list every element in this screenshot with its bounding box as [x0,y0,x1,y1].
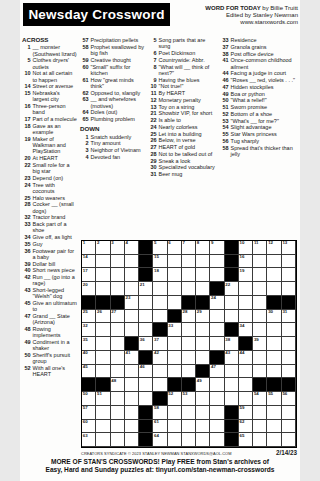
clue-number: 52 [220,111,229,117]
grid-cell-r7c12[interactable]: 34 [239,323,253,337]
clue-number: 29 [148,158,157,164]
grid-cell-r2c2[interactable] [96,255,110,269]
clue-down-5: 5Song parts that are sung [148,37,218,50]
clue-number: 50 [22,352,31,358]
puzzle-byline: WORD FOR TODAY by Billie Truitt Edited b… [174,5,298,26]
grid-cell-r9c15[interactable] [282,351,296,365]
clue-number: 47 [22,313,31,319]
grid-cell-r1c7[interactable]: 6 [168,241,182,255]
clue-number: 4 [80,154,89,160]
cell-number: 15 [154,255,159,260]
grid-cell-r7c10[interactable] [210,323,224,337]
clue-number: 13 [148,104,157,110]
grid-cell-r6c14[interactable]: 30 [267,310,281,324]
black-cell [82,378,96,392]
grid-cell-r15c15[interactable] [282,433,296,447]
clue-across-34: 34Give off, as light [22,234,77,240]
grid-cell-r9c8[interactable] [182,351,196,365]
cell-number: 36 [140,338,145,343]
clue-down-13: 13Toy on a string [148,104,218,110]
grid-cell-r11c3[interactable]: 48 [111,378,125,392]
grid-cell-r8c10[interactable] [210,337,224,351]
grid-cell-r15c8[interactable] [182,433,196,447]
cell-number: 11 [254,241,259,246]
clue-number: 48 [22,326,31,332]
grid-cell-r12c12[interactable] [239,392,253,406]
grid-cell-r4c9[interactable] [196,282,210,296]
grid-cell-r1c15[interactable]: 13 [282,241,296,255]
grid-cell-r9c1[interactable]: 40 [82,351,96,365]
clue-down-9: 9Having the blues [148,77,218,83]
grid-cell-r12c4[interactable] [125,392,139,406]
clue-across-65: 65Plumbing problem [80,116,144,122]
grid-cell-r11c12[interactable] [239,378,253,392]
clue-down-53: 53"What's __ for me?" [220,118,298,124]
grid-cell-r9c2[interactable] [96,351,110,365]
grid-cell-r5c12[interactable] [239,296,253,310]
black-cell [139,406,153,420]
grid-cell-r14c1[interactable]: 60 [82,420,96,434]
clue-number: 39 [22,261,31,267]
grid-cell-r4c4[interactable] [125,282,139,296]
grid-cell-r13c7[interactable] [168,406,182,420]
grid-cell-r7c14[interactable] [267,323,281,337]
clue-number: 61 [80,77,89,83]
grid-cell-r1c3[interactable]: 3 [111,241,125,255]
grid-cell-r5c11[interactable] [225,296,239,310]
grid-cell-r13c14[interactable] [267,406,281,420]
grid-cell-r5c7[interactable] [168,296,182,310]
grid-cell-r3c13[interactable] [253,268,267,282]
grid-cell-r12c13[interactable]: 54 [253,392,267,406]
grid-cell-r15c3[interactable] [111,433,125,447]
clue-down-8: 8"What will __ think of next?" [148,64,218,77]
grid-cell-r12c3[interactable] [111,392,125,406]
grid-cell-r7c1[interactable]: 32 [82,323,96,337]
grid-cell-r1c13[interactable]: 11 [253,241,267,255]
grid-cell-r9c11[interactable]: 43 [225,351,239,365]
grid-cell-r1c14[interactable]: 12 [267,241,281,255]
newspaper-crossword-page: Newsday Crossword WORD FOR TODAY by Bill… [20,0,300,481]
cell-number: 32 [83,324,88,329]
grid-cell-r3c15[interactable] [282,268,296,282]
grid-cell-r7c4[interactable] [125,323,139,337]
grid-cell-r6c10[interactable] [210,310,224,324]
grid-cell-r1c2[interactable]: 2 [96,241,110,255]
clue-down-3: 3Neighbor of Vietnam [80,147,144,153]
grid-cell-r10c1[interactable]: 45 [82,365,96,379]
grid-cell-r7c15[interactable] [282,323,296,337]
grid-cell-r13c8[interactable] [182,406,196,420]
clue-across-14: 14Street or avenue [22,83,77,89]
clue-number: 38 [220,51,229,57]
clue-column-3: 5Song parts that are sung6Poet Dickinson… [148,37,218,178]
grid-cell-r4c3[interactable] [111,282,125,296]
clue-number: 49 [22,339,31,345]
grid-cell-r3c10[interactable] [210,268,224,282]
cell-number: 26 [97,310,102,315]
clue-number: 24 [148,124,157,130]
grid-cell-r14c6[interactable]: 61 [153,420,167,434]
clue-down-25: 25Let into a building [148,131,218,137]
grid-cell-r14c13[interactable] [253,420,267,434]
grid-cell-r6c3[interactable]: 27 [111,310,125,324]
grid-cell-r9c9[interactable] [196,351,210,365]
grid-cell-r10c4[interactable] [125,365,139,379]
cell-number: 50 [83,392,88,397]
grid-cell-r13c6[interactable]: 58 [153,406,167,420]
clue-number: 2 [80,140,89,146]
cell-number: 7 [183,241,185,246]
grid-cell-r11c5[interactable] [139,378,153,392]
clue-across-43: 43Short-legged "Welsh" dog [22,287,77,300]
grid-cell-r15c10[interactable] [210,433,224,447]
black-cell [267,378,281,392]
grid-cell-r15c13[interactable] [253,433,267,447]
grid-cell-r5c6[interactable] [153,296,167,310]
grid-cell-r3c14[interactable] [267,268,281,282]
grid-cell-r14c10[interactable] [210,420,224,434]
grid-cell-r10c8[interactable] [182,365,196,379]
grid-cell-r10c2[interactable] [96,365,110,379]
clue-across-18: 18Gave as an example [22,123,77,136]
clue-down-33: 33Residence [220,37,298,43]
grid-cell-r1c4[interactable]: 4 [125,241,139,255]
cell-number: 41 [125,351,130,356]
black-cell [125,337,139,351]
clue-number: 53 [220,118,229,124]
grid-cell-r4c7[interactable] [168,282,182,296]
grid-cell-r9c12[interactable]: 44 [239,351,253,365]
grid-cell-r12c9[interactable] [196,392,210,406]
clue-number: 49 [220,91,229,97]
grid-cell-r12c1[interactable]: 50 [82,392,96,406]
grid-cell-r1c9[interactable]: 8 [196,241,210,255]
grid-cell-r12c15[interactable]: 56 [282,392,296,406]
clue-number: 6 [148,50,157,56]
grid-cell-r1c6[interactable]: 5 [153,241,167,255]
grid-cell-r15c1[interactable]: 63 [82,433,96,447]
grid-cell-r2c1[interactable]: 14 [82,255,96,269]
grid-cell-r11c11[interactable] [225,378,239,392]
grid-cell-r6c9[interactable]: 29 [196,310,210,324]
grid-cell-r3c6[interactable]: 18 [153,268,167,282]
clue-number: 43 [22,287,31,293]
grid-cell-r14c9[interactable] [196,420,210,434]
grid-cell-r4c12[interactable] [239,282,253,296]
grid-cell-r10c15[interactable] [282,365,296,379]
grid-cell-r8c5[interactable]: 36 [139,337,153,351]
grid-cell-r8c2[interactable] [96,337,110,351]
clue-number: 58 [220,145,229,151]
grid-cell-r8c3[interactable] [111,337,125,351]
grid-cell-r10c11[interactable] [225,365,239,379]
grid-cell-r13c2[interactable] [96,406,110,420]
clue-down-1: 1Snatch suddenly [80,134,144,140]
grid-cell-r2c12[interactable]: 16 [239,255,253,269]
grid-cell-r10c3[interactable] [111,365,125,379]
grid-cell-r8c13[interactable]: 39 [253,337,267,351]
black-cell [153,392,167,406]
grid-cell-r10c14[interactable] [267,365,281,379]
grid-cell-r3c7[interactable] [168,268,182,282]
grid-cell-r3c9[interactable] [196,268,210,282]
cell-number: 33 [168,324,173,329]
clue-number: 18 [22,123,31,129]
grid-cell-r15c9[interactable] [196,433,210,447]
clue-number: 24 [22,182,31,188]
grid-cell-r2c13[interactable] [253,255,267,269]
clue-number: 42 [22,274,31,280]
cell-number: 12 [268,241,273,246]
grid-cell-r5c5[interactable] [139,296,153,310]
black-cell [225,255,239,269]
grid-cell-r13c9[interactable] [196,406,210,420]
grid-cell-r2c14[interactable] [267,255,281,269]
grid-cell-r3c3[interactable] [111,268,125,282]
cell-number: 46 [140,365,145,370]
grid-cell-r13c4[interactable] [125,406,139,420]
grid-cell-r6c8[interactable]: 28 [182,310,196,324]
clue-number: 21 [148,110,157,116]
clue-down-22: 22Is able to [148,117,218,123]
grid-cell-r14c8[interactable] [182,420,196,434]
grid-cell-r3c2[interactable] [96,268,110,282]
across-header: ACROSS [22,37,77,43]
grid-cell-r12c14[interactable]: 55 [267,392,281,406]
puzzle-series: WORD FOR TODAY [205,5,260,11]
grid-cell-r14c3[interactable] [111,420,125,434]
grid-cell-r8c8[interactable] [182,337,196,351]
cell-number: 2 [97,241,99,246]
grid-cell-r12c7[interactable]: 52 [168,392,182,406]
clue-number: 34 [22,234,31,240]
clue-across-61: 61How "great minds think" [80,77,144,90]
black-cell [139,255,153,269]
grid-cell-r13c1[interactable]: 57 [82,406,96,420]
black-cell [96,378,110,392]
grid-cell-r9c13[interactable] [253,351,267,365]
grid-cell-r14c7[interactable] [168,420,182,434]
grid-cell-r6c13[interactable] [253,310,267,324]
cell-number: 34 [240,324,245,329]
grid-cell-r4c1[interactable]: 20 [82,282,96,296]
clue-number: 28 [148,151,157,157]
black-cell [139,351,153,365]
grid-cell-r4c6[interactable] [153,282,167,296]
grid-cell-r13c15[interactable] [282,406,296,420]
grid-cell-r10c5[interactable]: 46 [139,365,153,379]
grid-cell-r4c8[interactable] [182,282,196,296]
cell-number: 17 [83,269,88,274]
grid-cell-r8c7[interactable] [168,337,182,351]
grid-cell-r4c13[interactable] [253,282,267,296]
black-cell [139,268,153,282]
black-cell [182,296,196,310]
grid-cell-r11c4[interactable] [125,378,139,392]
grid-cell-r9c3[interactable] [111,351,125,365]
clue-down-2: 2Tiny amount [80,140,144,146]
grid-cell-r12c5[interactable] [139,392,153,406]
grid-cell-r8c6[interactable]: 37 [153,337,167,351]
grid-cell-r10c7[interactable] [168,365,182,379]
grid-cell-r5c10[interactable]: 24 [210,296,224,310]
grid-cell-r4c5[interactable]: 21 [139,282,153,296]
clue-across-15: 15Nebraska's largest city [22,90,77,103]
clue-down-10: 10"Not true!" [148,83,218,89]
grid-cell-r15c7[interactable] [168,433,182,447]
grid-cell-r5c13[interactable] [253,296,267,310]
grid-cell-r3c12[interactable]: 19 [239,268,253,282]
grid-cell-r7c13[interactable] [253,323,267,337]
cell-number: 24 [211,296,216,301]
grid-cell-r2c7[interactable] [168,255,182,269]
clue-across-60: 60"Small" suffix for kitchen [80,64,144,77]
grid-cell-r10c10[interactable]: 47 [210,365,224,379]
grid-cell-r2c8[interactable] [182,255,196,269]
clue-across-10: 10Not at all certain to happen [22,70,77,83]
clue-across-35: 35Guy [22,241,77,247]
grid-cell-r8c11[interactable]: 38 [225,337,239,351]
grid-cell-r11c9[interactable]: 49 [196,378,210,392]
grid-cell-r8c1[interactable]: 35 [82,337,96,351]
grid-cell-r2c15[interactable] [282,255,296,269]
clue-number: 56 [220,138,229,144]
clue-down-24: 24Nearly colorless [148,124,218,130]
grid-cell-r10c6[interactable] [153,365,167,379]
cell-number: 58 [154,406,159,411]
grid-cell-r14c2[interactable] [96,420,110,434]
cell-number: 18 [154,269,159,274]
grid-cell-r2c3[interactable] [111,255,125,269]
grid-cell-r6c11[interactable] [225,310,239,324]
grid-cell-r8c14[interactable] [267,337,281,351]
grid-cell-r7c8[interactable] [182,323,196,337]
cell-number: 37 [154,338,159,343]
clue-across-28: 28Cocker __ (small dogs) [22,201,77,214]
clue-number: 46 [220,77,229,83]
grid-cell-r15c4[interactable] [125,433,139,447]
cell-number: 16 [240,255,245,260]
grid-cell-r3c1[interactable]: 17 [82,268,96,282]
grid-cell-r12c2[interactable]: 51 [96,392,110,406]
grid-cell-r12c11[interactable] [225,392,239,406]
clue-number: 15 [22,90,31,96]
clue-number: 14 [22,83,31,89]
grid-cell-r8c9[interactable] [196,337,210,351]
grid-cell-r9c7[interactable] [168,351,182,365]
grid-cell-r7c5[interactable] [139,323,153,337]
cell-number: 4 [125,241,127,246]
grid-cell-r9c14[interactable] [267,351,281,365]
grid-cell-r12c8[interactable]: 53 [182,392,196,406]
grid-cell-r14c12[interactable]: 62 [239,420,253,434]
clue-down-11: 11By HEART [148,90,218,96]
clue-number: 27 [148,144,157,150]
grid-cell-r7c7[interactable]: 33 [168,323,182,337]
grid-cell-r7c9[interactable] [196,323,210,337]
grid-cell-r6c4[interactable] [125,310,139,324]
clue-across-1: 1__ monster (Southwest lizard) [22,44,77,57]
clue-number: 25 [148,131,157,137]
grid-cell-r1c1[interactable]: 1 [82,241,96,255]
credit-line: CREATORS SYNDICATE © 2023 STANLEY NEWMAN… [81,449,297,456]
grid-cell-r14c14[interactable] [267,420,281,434]
grid-cell-r15c6[interactable]: 64 [153,433,167,447]
grid-cell-r4c11[interactable]: 22 [225,282,239,296]
cell-number: 35 [83,338,88,343]
grid-cell-r12c10[interactable] [210,392,224,406]
clue-number: 3 [80,147,89,153]
grid-cell-r9c6[interactable]: 42 [153,351,167,365]
grid-cell-r6c5[interactable] [139,310,153,324]
grid-cell-r2c6[interactable]: 15 [153,255,167,269]
grid-cell-r3c8[interactable] [182,268,196,282]
grid-cell-r7c2[interactable] [96,323,110,337]
grid-cell-r2c9[interactable] [196,255,210,269]
black-cell [96,296,110,310]
grid-cell-r6c6[interactable] [153,310,167,324]
grid-cell-r7c3[interactable] [111,323,125,337]
grid-cell-r1c12[interactable]: 10 [239,241,253,255]
grid-cell-r13c13[interactable] [253,406,267,420]
grid-cell-r6c2[interactable]: 26 [96,310,110,324]
clue-across-36: 36Footwear pair for a baby [22,248,77,261]
grid-cell-r4c15[interactable] [282,282,296,296]
grid-cell-r11c10[interactable] [210,378,224,392]
grid-cell-r11c6[interactable] [153,378,167,392]
grid-cell-r13c10[interactable] [210,406,224,420]
grid-cell-r10c12[interactable] [239,365,253,379]
grid-cell-r15c14[interactable] [267,433,281,447]
clue-number: 64 [80,109,89,115]
clue-across-40: 40Short news piece [22,267,77,273]
grid-cell-r15c2[interactable] [96,433,110,447]
clue-down-30: 30Specialized vocabulary [148,164,218,170]
cell-number: 23 [125,296,130,301]
grid-cell-r14c4[interactable] [125,420,139,434]
black-cell [225,323,239,337]
grid-cell-r10c13[interactable] [253,365,267,379]
grid-cell-r6c15[interactable]: 31 [282,310,296,324]
clue-number: 63 [80,96,89,102]
grid-cell-r13c12[interactable]: 59 [239,406,253,420]
grid-cell-r13c3[interactable] [111,406,125,420]
grid-cell-r2c10[interactable] [210,255,224,269]
cell-number: 60 [83,420,88,425]
grid-cell-r1c8[interactable]: 7 [182,241,196,255]
grid-cell-r4c14[interactable] [267,282,281,296]
clue-across-5: 5Clothes dryers' outlets [22,57,77,70]
grid-cell-r5c4[interactable]: 23 [125,296,139,310]
grid-cell-r1c10[interactable]: 9 [210,241,224,255]
clue-across-33: 33Back part of a shoe [22,221,77,234]
grid-cell-r3c4[interactable] [125,268,139,282]
grid-cell-r8c15[interactable] [282,337,296,351]
clue-column-1: ACROSS1__ monster (Southwest lizard)5Clo… [22,37,77,378]
grid-cell-r4c2[interactable] [96,282,110,296]
grid-cell-r2c4[interactable] [125,255,139,269]
grid-cell-r6c1[interactable]: 25 [82,310,96,324]
grid-cell-r14c15[interactable] [282,420,296,434]
grid-cell-r15c12[interactable]: 65 [239,433,253,447]
clue-down-21: 21Showbiz VIP, for short [148,110,218,116]
grid-cell-r6c12[interactable] [239,310,253,324]
cell-number: 54 [254,392,259,397]
clue-number: 1 [80,134,89,140]
clue-number: 17 [22,116,31,122]
grid-cell-r9c4[interactable]: 41 [125,351,139,365]
